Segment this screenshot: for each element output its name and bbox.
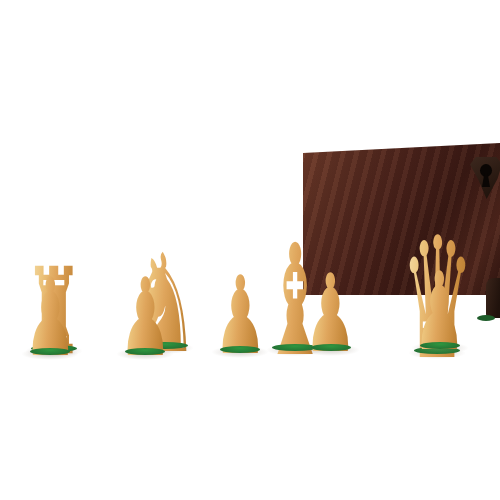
piece-pawn-2: ♟: [97, 242, 194, 356]
pawn-row: ♟ ♟ ♟ ♟ ♟ ♟ ♟ ♟: [0, 238, 500, 338]
felt-pad: [125, 348, 165, 355]
piece-pawn-5: ♟: [391, 236, 488, 350]
felt-pad: [220, 346, 260, 353]
piece-pawn-6: ♟: [484, 234, 500, 348]
piece-pawn-3: ♟: [192, 240, 289, 354]
piece-pawn-1: ♟: [2, 242, 99, 356]
pawn-glyph: ♟: [119, 264, 172, 372]
felt-pad: [311, 344, 351, 351]
piece-pawn-4: ♟: [282, 238, 379, 352]
chess-set-photo: ♜ ♞ ♝ ♛ ♚ ♝ ♞ ♜: [0, 0, 500, 500]
pawn-glyph: ♟: [24, 264, 77, 372]
pawn-glyph: ♟: [213, 262, 266, 370]
felt-pad: [30, 348, 70, 355]
pawn-glyph: ♟: [304, 260, 357, 368]
felt-pad: [420, 342, 460, 349]
pawn-glyph: ♟: [413, 258, 466, 366]
